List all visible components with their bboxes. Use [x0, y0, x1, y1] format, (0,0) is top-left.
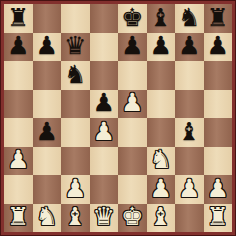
square-f4[interactable] — [147, 118, 176, 147]
black-pawn-b7[interactable]: ♟ — [36, 33, 58, 58]
black-pawn-e7[interactable]: ♟ — [121, 33, 143, 58]
square-d2[interactable] — [90, 175, 119, 204]
square-b4[interactable]: ♟ — [33, 118, 62, 147]
square-d3[interactable] — [90, 147, 119, 176]
square-f7[interactable]: ♟ — [147, 33, 176, 62]
square-h8[interactable]: ♜ — [204, 4, 233, 33]
square-f3[interactable]: ♞ — [147, 147, 176, 176]
square-g2[interactable]: ♟ — [175, 175, 204, 204]
square-b2[interactable] — [33, 175, 62, 204]
square-c7[interactable]: ♛ — [61, 33, 90, 62]
square-c4[interactable] — [61, 118, 90, 147]
square-c5[interactable] — [61, 90, 90, 119]
square-e1[interactable]: ♚ — [118, 204, 147, 233]
square-g6[interactable] — [175, 61, 204, 90]
square-h3[interactable] — [204, 147, 233, 176]
black-pawn-a7[interactable]: ♟ — [7, 33, 29, 58]
square-d6[interactable] — [90, 61, 119, 90]
white-king-e1[interactable]: ♚ — [121, 204, 143, 229]
square-g8[interactable]: ♞ — [175, 4, 204, 33]
square-e2[interactable] — [118, 175, 147, 204]
square-a5[interactable] — [4, 90, 33, 119]
black-queen-c7[interactable]: ♛ — [64, 33, 86, 58]
square-f1[interactable]: ♝ — [147, 204, 176, 233]
white-pawn-d4[interactable]: ♟ — [93, 119, 115, 144]
square-c8[interactable] — [61, 4, 90, 33]
white-rook-a1[interactable]: ♜ — [7, 204, 29, 229]
square-c1[interactable]: ♝ — [61, 204, 90, 233]
square-g1[interactable] — [175, 204, 204, 233]
square-d7[interactable] — [90, 33, 119, 62]
white-pawn-f2[interactable]: ♟ — [150, 176, 172, 201]
white-pawn-c2[interactable]: ♟ — [64, 176, 86, 201]
white-queen-d1[interactable]: ♛ — [93, 204, 115, 229]
square-h5[interactable] — [204, 90, 233, 119]
white-bishop-c1[interactable]: ♝ — [64, 204, 86, 229]
square-h7[interactable]: ♟ — [204, 33, 233, 62]
square-f5[interactable] — [147, 90, 176, 119]
square-g7[interactable]: ♟ — [175, 33, 204, 62]
white-knight-b1[interactable]: ♞ — [36, 204, 58, 229]
white-knight-f3[interactable]: ♞ — [150, 147, 172, 172]
square-e6[interactable] — [118, 61, 147, 90]
chess-board[interactable]: ♜♚♝♞♜♟♟♛♟♟♟♟♞♟♟♟♟♝♟♞♟♟♟♟♜♞♝♛♚♝♜ — [4, 4, 232, 232]
square-d5[interactable]: ♟ — [90, 90, 119, 119]
square-h6[interactable] — [204, 61, 233, 90]
black-pawn-d5[interactable]: ♟ — [93, 90, 115, 115]
square-a1[interactable]: ♜ — [4, 204, 33, 233]
square-g5[interactable] — [175, 90, 204, 119]
black-bishop-g4[interactable]: ♝ — [178, 119, 200, 144]
square-e5[interactable]: ♟ — [118, 90, 147, 119]
square-a7[interactable]: ♟ — [4, 33, 33, 62]
square-a2[interactable] — [4, 175, 33, 204]
white-pawn-a3[interactable]: ♟ — [7, 147, 29, 172]
square-h2[interactable]: ♟ — [204, 175, 233, 204]
black-knight-g8[interactable]: ♞ — [178, 5, 200, 30]
square-c3[interactable] — [61, 147, 90, 176]
square-g3[interactable] — [175, 147, 204, 176]
black-king-e8[interactable]: ♚ — [121, 5, 143, 30]
square-a3[interactable]: ♟ — [4, 147, 33, 176]
black-knight-c6[interactable]: ♞ — [64, 62, 86, 87]
square-b8[interactable] — [33, 4, 62, 33]
square-d1[interactable]: ♛ — [90, 204, 119, 233]
square-a6[interactable] — [4, 61, 33, 90]
white-pawn-g2[interactable]: ♟ — [178, 176, 200, 201]
square-a8[interactable]: ♜ — [4, 4, 33, 33]
square-e4[interactable] — [118, 118, 147, 147]
square-c6[interactable]: ♞ — [61, 61, 90, 90]
square-b5[interactable] — [33, 90, 62, 119]
white-bishop-f1[interactable]: ♝ — [150, 204, 172, 229]
square-c2[interactable]: ♟ — [61, 175, 90, 204]
square-f6[interactable] — [147, 61, 176, 90]
square-b6[interactable] — [33, 61, 62, 90]
black-rook-h8[interactable]: ♜ — [207, 5, 229, 30]
white-pawn-h2[interactable]: ♟ — [207, 176, 229, 201]
black-bishop-f8[interactable]: ♝ — [150, 5, 172, 30]
square-e8[interactable]: ♚ — [118, 4, 147, 33]
square-d4[interactable]: ♟ — [90, 118, 119, 147]
square-e7[interactable]: ♟ — [118, 33, 147, 62]
square-h1[interactable]: ♜ — [204, 204, 233, 233]
square-g4[interactable]: ♝ — [175, 118, 204, 147]
square-f8[interactable]: ♝ — [147, 4, 176, 33]
square-b3[interactable] — [33, 147, 62, 176]
square-h4[interactable] — [204, 118, 233, 147]
black-rook-a8[interactable]: ♜ — [7, 5, 29, 30]
square-a4[interactable] — [4, 118, 33, 147]
black-pawn-g7[interactable]: ♟ — [178, 33, 200, 58]
black-pawn-h7[interactable]: ♟ — [207, 33, 229, 58]
square-e3[interactable] — [118, 147, 147, 176]
black-pawn-f7[interactable]: ♟ — [150, 33, 172, 58]
square-b7[interactable]: ♟ — [33, 33, 62, 62]
white-pawn-e5[interactable]: ♟ — [121, 90, 143, 115]
square-d8[interactable] — [90, 4, 119, 33]
black-pawn-b4[interactable]: ♟ — [36, 119, 58, 144]
board-frame: ♜♚♝♞♜♟♟♛♟♟♟♟♞♟♟♟♟♝♟♞♟♟♟♟♜♞♝♛♚♝♜ — [0, 0, 236, 236]
square-f2[interactable]: ♟ — [147, 175, 176, 204]
white-rook-h1[interactable]: ♜ — [207, 204, 229, 229]
square-b1[interactable]: ♞ — [33, 204, 62, 233]
